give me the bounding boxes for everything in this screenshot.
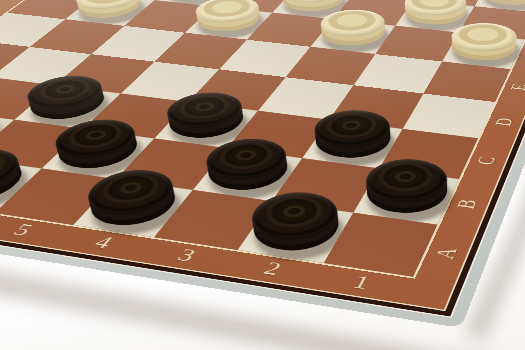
square-F5[interactable] [185,6,272,39]
table-surface: 12345678 ABCDEFGH [0,0,525,350]
board-rim: 12345678 ABCDEFGH [0,0,525,328]
checkers-board: 12345678 ABCDEFGH [0,0,525,328]
board-border: 12345678 ABCDEFGH [0,0,525,310]
